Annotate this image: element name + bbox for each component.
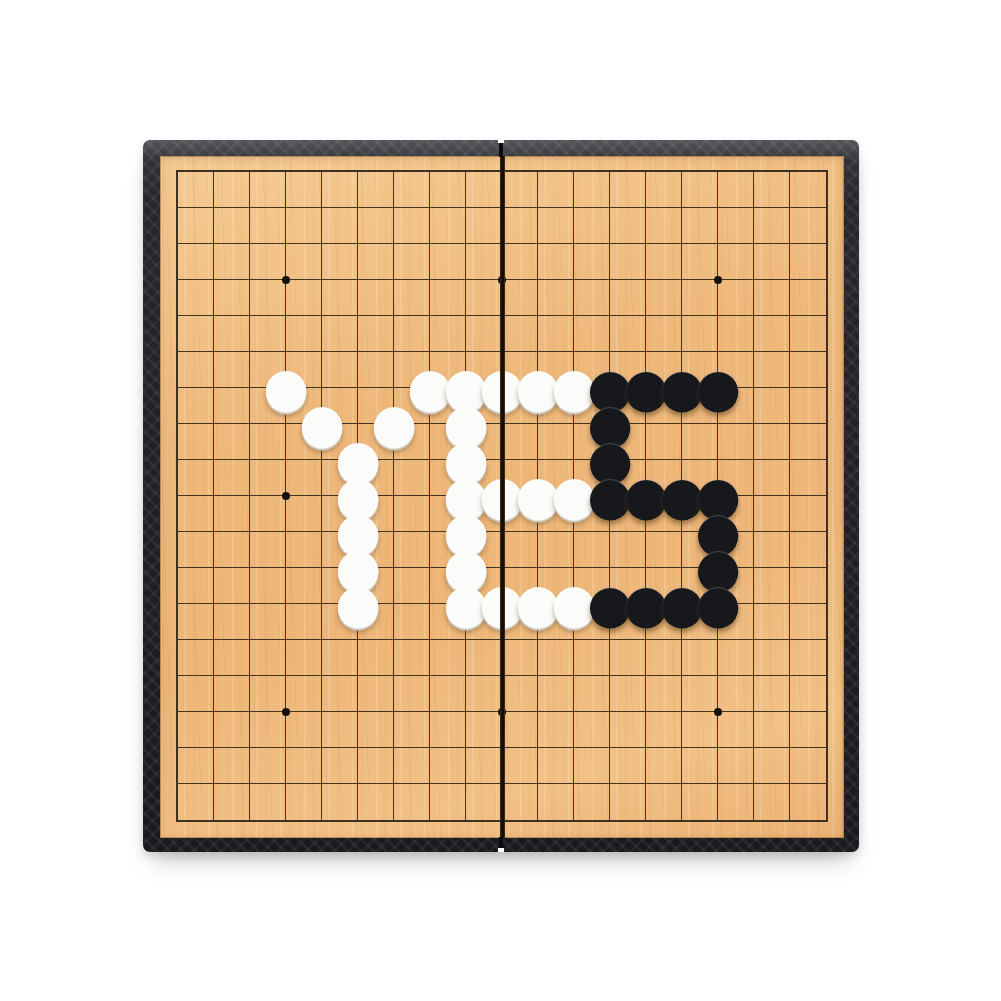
star-point xyxy=(282,492,290,500)
stone-black[interactable]: ● xyxy=(699,368,737,406)
star-point xyxy=(282,708,290,716)
star-point xyxy=(714,708,722,716)
stone-black[interactable]: ● xyxy=(699,584,737,622)
fold-hinge-line xyxy=(500,156,505,838)
photo-backdrop: ●●●●●●●●●●●●●●●●●●●●●●●●●●●●●●●●●●●●●●●●… xyxy=(0,0,1001,1001)
go-board-frame: ●●●●●●●●●●●●●●●●●●●●●●●●●●●●●●●●●●●●●●●●… xyxy=(143,140,859,852)
stone-white[interactable]: ● xyxy=(339,584,377,622)
go-board-surface: ●●●●●●●●●●●●●●●●●●●●●●●●●●●●●●●●●●●●●●●●… xyxy=(160,156,844,838)
hinge-notch-bottom xyxy=(498,848,504,852)
hinge-notch-top xyxy=(498,140,504,143)
star-point xyxy=(714,276,722,284)
star-point xyxy=(282,276,290,284)
